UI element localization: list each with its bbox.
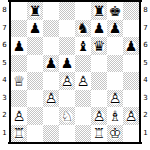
square-h5[interactable] xyxy=(123,55,139,73)
rank-label-4-left: 4 xyxy=(0,72,9,90)
white-pawn-e4: ♙ xyxy=(75,72,91,90)
square-g8[interactable]: ♚ xyxy=(107,2,123,20)
square-d7[interactable] xyxy=(59,20,75,38)
square-d8[interactable] xyxy=(59,2,75,20)
rank-label-1-left: 1 xyxy=(0,125,9,143)
square-b4[interactable] xyxy=(27,72,43,90)
square-a7[interactable] xyxy=(11,20,27,38)
square-h4[interactable] xyxy=(123,72,139,90)
square-d4[interactable]: ♙ xyxy=(59,72,75,90)
rank-label-3-right: 3 xyxy=(141,90,150,108)
black-king-g8: ♚ xyxy=(107,2,123,20)
square-f3[interactable] xyxy=(91,90,107,108)
square-a2[interactable]: ♙ xyxy=(11,107,27,125)
square-a6[interactable]: ♟ xyxy=(11,37,27,55)
chess-diagram: 87654321 ♜♜♚♟♞♟♟♟♝♛♟♟♟♕♙♙♙♙♙♘♙♗♙♖♖♔ 8765… xyxy=(0,0,150,150)
rank-label-7-left: 7 xyxy=(0,20,9,38)
white-pawn-h2: ♙ xyxy=(123,107,139,125)
black-pawn-f7: ♟ xyxy=(91,20,107,38)
black-pawn-a6: ♟ xyxy=(11,37,27,55)
white-pawn-d4: ♙ xyxy=(59,72,75,90)
square-e8[interactable] xyxy=(75,2,91,20)
square-c1[interactable] xyxy=(43,125,59,143)
square-e2[interactable] xyxy=(75,107,91,125)
black-pawn-c5: ♟ xyxy=(43,55,59,73)
rank-label-1-right: 1 xyxy=(141,125,150,143)
black-pawn-g7: ♟ xyxy=(107,20,123,38)
white-bishop-g2: ♗ xyxy=(107,107,123,125)
square-b5[interactable] xyxy=(27,55,43,73)
square-d6[interactable] xyxy=(59,37,75,55)
square-d2[interactable]: ♘ xyxy=(59,107,75,125)
board-mid-strip: 87654321 ♜♜♚♟♞♟♟♟♝♛♟♟♟♕♙♙♙♙♙♘♙♗♙♖♖♔ 8765… xyxy=(0,2,150,142)
square-c2[interactable] xyxy=(43,107,59,125)
black-pawn-b7: ♟ xyxy=(27,20,43,38)
black-pawn-h6: ♟ xyxy=(123,37,139,55)
square-a8[interactable] xyxy=(11,2,27,20)
square-f7[interactable]: ♟ xyxy=(91,20,107,38)
black-rook-f8: ♜ xyxy=(91,2,107,20)
square-b7[interactable]: ♟ xyxy=(27,20,43,38)
square-h6[interactable]: ♟ xyxy=(123,37,139,55)
rank-label-5-left: 5 xyxy=(0,55,9,73)
square-b3[interactable] xyxy=(27,90,43,108)
white-king-g1: ♔ xyxy=(107,125,123,143)
white-pawn-a2: ♙ xyxy=(11,107,27,125)
rank-label-8-right: 8 xyxy=(141,2,150,20)
square-f8[interactable]: ♜ xyxy=(91,2,107,20)
white-pawn-g3: ♙ xyxy=(107,90,123,108)
rank-label-3-left: 3 xyxy=(0,90,9,108)
square-d3[interactable] xyxy=(59,90,75,108)
square-b2[interactable] xyxy=(27,107,43,125)
square-c5[interactable]: ♟ xyxy=(43,55,59,73)
square-g5[interactable] xyxy=(107,55,123,73)
square-e1[interactable] xyxy=(75,125,91,143)
square-g2[interactable]: ♗ xyxy=(107,107,123,125)
square-a3[interactable] xyxy=(11,90,27,108)
rank-label-4-right: 4 xyxy=(141,72,150,90)
square-a4[interactable]: ♕ xyxy=(11,72,27,90)
square-c8[interactable] xyxy=(43,2,59,20)
square-g1[interactable]: ♔ xyxy=(107,125,123,143)
square-g3[interactable]: ♙ xyxy=(107,90,123,108)
rank-label-7-right: 7 xyxy=(141,20,150,38)
white-knight-d2: ♘ xyxy=(59,107,75,125)
square-b6[interactable] xyxy=(27,37,43,55)
white-pawn-f2: ♙ xyxy=(91,107,107,125)
square-a5[interactable] xyxy=(11,55,27,73)
black-bishop-e6: ♝ xyxy=(75,37,91,55)
rank-labels-right: 87654321 xyxy=(141,2,150,142)
square-g7[interactable]: ♟ xyxy=(107,20,123,38)
square-e4[interactable]: ♙ xyxy=(75,72,91,90)
black-pawn-d5: ♟ xyxy=(59,55,75,73)
board-bottom-rule xyxy=(8,142,142,144)
chess-board: ♜♜♚♟♞♟♟♟♝♛♟♟♟♕♙♙♙♙♙♘♙♗♙♖♖♔ xyxy=(11,2,139,142)
square-c7[interactable] xyxy=(43,20,59,38)
square-e7[interactable]: ♞ xyxy=(75,20,91,38)
black-queen-f6: ♛ xyxy=(91,37,107,55)
square-a1[interactable]: ♖ xyxy=(11,125,27,143)
square-f2[interactable]: ♙ xyxy=(91,107,107,125)
square-b1[interactable] xyxy=(27,125,43,143)
square-g6[interactable] xyxy=(107,37,123,55)
rank-label-6-left: 6 xyxy=(0,37,9,55)
square-c6[interactable] xyxy=(43,37,59,55)
square-h1[interactable] xyxy=(123,125,139,143)
square-h2[interactable]: ♙ xyxy=(123,107,139,125)
square-g4[interactable] xyxy=(107,72,123,90)
square-c3[interactable]: ♙ xyxy=(43,90,59,108)
rank-label-5-right: 5 xyxy=(141,55,150,73)
square-e3[interactable] xyxy=(75,90,91,108)
square-c4[interactable] xyxy=(43,72,59,90)
black-rook-b8: ♜ xyxy=(27,2,43,20)
white-rook-f1: ♖ xyxy=(91,125,107,143)
square-e5[interactable] xyxy=(75,55,91,73)
square-b8[interactable]: ♜ xyxy=(27,2,43,20)
white-pawn-c3: ♙ xyxy=(43,90,59,108)
square-f5[interactable] xyxy=(91,55,107,73)
square-h3[interactable] xyxy=(123,90,139,108)
rank-label-6-right: 6 xyxy=(141,37,150,55)
square-d1[interactable] xyxy=(59,125,75,143)
square-f4[interactable] xyxy=(91,72,107,90)
black-knight-e7: ♞ xyxy=(75,20,91,38)
square-f1[interactable]: ♖ xyxy=(91,125,107,143)
white-queen-a4: ♕ xyxy=(11,72,27,90)
rank-label-2-left: 2 xyxy=(0,107,9,125)
white-rook-a1: ♖ xyxy=(11,125,27,143)
square-e6[interactable]: ♝ xyxy=(75,37,91,55)
rank-labels-left: 87654321 xyxy=(0,2,9,142)
square-f6[interactable]: ♛ xyxy=(91,37,107,55)
square-h7[interactable] xyxy=(123,20,139,38)
rank-label-2-right: 2 xyxy=(141,107,150,125)
square-h8[interactable] xyxy=(123,2,139,20)
square-d5[interactable]: ♟ xyxy=(59,55,75,73)
rank-label-8-left: 8 xyxy=(0,2,9,20)
